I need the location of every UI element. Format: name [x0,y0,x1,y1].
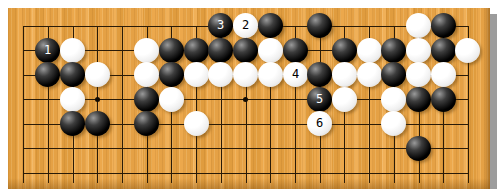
black-stone [134,111,159,136]
white-stone [208,62,233,87]
black-stone [184,38,209,63]
white-stone [258,62,283,87]
black-stone [431,87,456,112]
white-stone [184,111,209,136]
white-stone [184,62,209,87]
black-stone [431,13,456,38]
board-drop-shadow [490,14,497,189]
white-stone [357,62,382,87]
black-stone-move-3: 3 [208,13,233,38]
white-stone [406,62,431,87]
white-stone [406,13,431,38]
white-stone [431,62,456,87]
black-stone [35,62,60,87]
white-stone [60,87,85,112]
white-stone [85,62,110,87]
move-number-label: 3 [217,13,224,38]
white-stone [134,62,159,87]
white-stone [406,38,431,63]
black-stone [307,62,332,87]
black-stone [381,38,406,63]
move-number-label: 1 [44,38,51,63]
white-stone [381,87,406,112]
white-stone [159,87,184,112]
move-number-label: 4 [292,62,299,87]
black-stone [159,62,184,87]
black-stone [233,38,258,63]
white-stone [357,38,382,63]
black-stone [381,62,406,87]
black-stone-move-1: 1 [35,38,60,63]
black-stone [159,38,184,63]
white-stone [60,38,85,63]
black-stone [332,38,357,63]
white-stone [332,62,357,87]
white-stone [233,62,258,87]
black-stone [85,111,110,136]
black-stone [307,13,332,38]
black-stone [283,38,308,63]
white-stone [258,38,283,63]
white-stone [134,38,159,63]
black-stone [406,136,431,161]
white-stone-move-4: 4 [283,62,308,87]
go-board[interactable]: 321456 [8,8,490,189]
black-stone [406,87,431,112]
star-point [95,97,100,102]
black-stone [60,111,85,136]
white-stone [332,87,357,112]
move-number-label: 2 [242,13,249,38]
black-stone [208,38,233,63]
star-point [243,97,248,102]
white-stone-move-6: 6 [307,111,332,136]
grid-line-horizontal [23,173,469,174]
white-stone-move-2: 2 [233,13,258,38]
grid-line-horizontal [23,148,469,149]
black-stone [60,62,85,87]
go-diagram-page: 321456 [0,0,500,189]
black-stone-move-5: 5 [307,87,332,112]
black-stone [431,38,456,63]
move-number-label: 6 [316,111,323,136]
move-number-label: 5 [316,87,323,112]
white-stone [381,111,406,136]
black-stone [134,87,159,112]
white-stone [455,38,480,63]
black-stone [258,13,283,38]
